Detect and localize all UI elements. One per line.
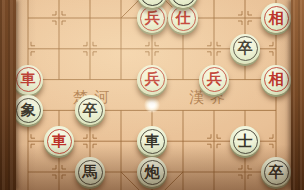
piece-black-soldier[interactable]: 卒 bbox=[261, 157, 291, 187]
wood-frame-left bbox=[0, 0, 16, 190]
piece-glyph: 象 bbox=[21, 103, 36, 118]
piece-glyph: 馬 bbox=[83, 165, 98, 180]
piece-black-horse[interactable]: 馬 bbox=[75, 157, 105, 187]
piece-red-chariot[interactable]: 車 bbox=[44, 126, 74, 156]
piece-red-soldier[interactable]: 兵 bbox=[137, 65, 167, 95]
piece-red-elephant[interactable]: 相 bbox=[261, 65, 291, 95]
piece-glyph: 相 bbox=[269, 72, 284, 87]
piece-glyph: 仕 bbox=[176, 11, 191, 26]
piece-black-soldier[interactable]: 卒 bbox=[75, 95, 105, 125]
piece-red-chariot[interactable]: 車 bbox=[13, 65, 43, 95]
piece-glyph: 車 bbox=[145, 134, 160, 149]
piece-glyph: 卒 bbox=[269, 165, 284, 180]
piece-black-soldier[interactable]: 卒 bbox=[230, 34, 260, 64]
piece-glyph: 兵 bbox=[145, 72, 160, 87]
xiangqi-board[interactable]: 楚河 漢界 兵仕相車兵兵相車卒象卒車士馬炮卒 bbox=[0, 0, 304, 190]
piece-glyph: 士 bbox=[238, 134, 253, 149]
piece-glyph: 車 bbox=[21, 72, 36, 87]
wood-frame-right bbox=[291, 0, 304, 190]
piece-red-elephant[interactable]: 相 bbox=[261, 3, 291, 33]
piece-red-soldier[interactable]: 兵 bbox=[199, 65, 229, 95]
pieces-layer: 兵仕相車兵兵相車卒象卒車士馬炮卒 bbox=[0, 0, 304, 190]
piece-black-cannon[interactable]: 炮 bbox=[137, 157, 167, 187]
piece-glyph: 車 bbox=[52, 134, 67, 149]
piece-glyph: 兵 bbox=[145, 11, 160, 26]
piece-glyph: 相 bbox=[269, 11, 284, 26]
piece-black-elephant[interactable]: 象 bbox=[13, 95, 43, 125]
piece-glyph: 兵 bbox=[207, 72, 222, 87]
piece-glyph: 炮 bbox=[145, 165, 160, 180]
piece-black-chariot[interactable]: 車 bbox=[137, 126, 167, 156]
piece-glyph: 卒 bbox=[238, 41, 253, 56]
piece-glyph: 卒 bbox=[83, 103, 98, 118]
piece-black-advisor[interactable]: 士 bbox=[230, 126, 260, 156]
